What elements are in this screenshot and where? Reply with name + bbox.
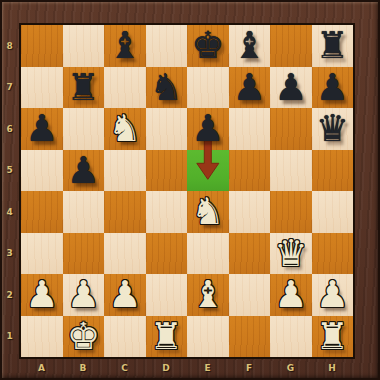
black-pawn-f7[interactable]: ♟ (233, 67, 266, 109)
square-a7[interactable] (21, 67, 63, 109)
square-e4[interactable]: ♞ (187, 191, 229, 233)
square-b4[interactable] (63, 191, 105, 233)
file-label-e: E (204, 363, 211, 373)
square-f8[interactable]: ♝ (229, 25, 271, 67)
rank-label-3: 3 (7, 248, 14, 258)
file-label-c: C (121, 363, 128, 373)
square-d7[interactable]: ♞ (146, 67, 188, 109)
square-g1[interactable] (270, 316, 312, 358)
black-knight-d7[interactable]: ♞ (150, 67, 183, 109)
square-d3[interactable] (146, 233, 188, 275)
square-e7[interactable] (187, 67, 229, 109)
rank-label-1: 1 (7, 331, 14, 341)
white-pawn-b2[interactable]: ♟ (67, 274, 100, 316)
black-queen-h6[interactable]: ♛ (316, 108, 349, 150)
square-g3[interactable]: ♛ (270, 233, 312, 275)
square-f3[interactable] (229, 233, 271, 275)
rank-label-8: 8 (7, 41, 14, 51)
black-king-e8[interactable]: ♚ (191, 25, 224, 67)
square-h6[interactable]: ♛ (312, 108, 354, 150)
square-d1[interactable]: ♜ (146, 316, 188, 358)
file-label-d: D (162, 363, 170, 373)
square-b6[interactable] (63, 108, 105, 150)
black-rook-b7[interactable]: ♜ (67, 67, 100, 109)
square-b3[interactable] (63, 233, 105, 275)
square-f2[interactable] (229, 274, 271, 316)
chess-board: ♝♚♝♜♜♞♟♟♟♟♞♟♛♟♞♛♟♟♟♝♟♟♚♜♜ (21, 25, 353, 357)
square-h1[interactable]: ♜ (312, 316, 354, 358)
square-c5[interactable] (104, 150, 146, 192)
square-a1[interactable] (21, 316, 63, 358)
white-rook-h1[interactable]: ♜ (316, 316, 349, 358)
square-g8[interactable] (270, 25, 312, 67)
square-g4[interactable] (270, 191, 312, 233)
square-h7[interactable]: ♟ (312, 67, 354, 109)
square-d4[interactable] (146, 191, 188, 233)
white-bishop-e2[interactable]: ♝ (191, 274, 224, 316)
white-knight-e4[interactable]: ♞ (191, 191, 224, 233)
square-d8[interactable] (146, 25, 188, 67)
square-e1[interactable] (187, 316, 229, 358)
rank-label-5: 5 (7, 165, 14, 175)
square-e2[interactable]: ♝ (187, 274, 229, 316)
square-c2[interactable]: ♟ (104, 274, 146, 316)
square-b1[interactable]: ♚ (63, 316, 105, 358)
square-h3[interactable] (312, 233, 354, 275)
file-label-f: F (246, 363, 253, 373)
square-f1[interactable] (229, 316, 271, 358)
square-e5[interactable] (187, 150, 229, 192)
square-a5[interactable] (21, 150, 63, 192)
square-e8[interactable]: ♚ (187, 25, 229, 67)
file-label-g: G (287, 363, 295, 373)
rank-label-6: 6 (7, 124, 14, 134)
square-c4[interactable] (104, 191, 146, 233)
square-d5[interactable] (146, 150, 188, 192)
square-a3[interactable] (21, 233, 63, 275)
chess-board-frame: ♝♚♝♜♜♞♟♟♟♟♞♟♛♟♞♛♟♟♟♝♟♟♚♜♜ ABCDEFGH123456… (0, 0, 380, 380)
square-c7[interactable] (104, 67, 146, 109)
square-b5[interactable]: ♟ (63, 150, 105, 192)
white-king-b1[interactable]: ♚ (67, 316, 100, 358)
rank-label-2: 2 (7, 290, 14, 300)
file-label-a: A (38, 363, 45, 373)
square-a8[interactable] (21, 25, 63, 67)
square-f6[interactable] (229, 108, 271, 150)
square-c3[interactable] (104, 233, 146, 275)
black-pawn-e6[interactable]: ♟ (191, 108, 224, 150)
square-b8[interactable] (63, 25, 105, 67)
white-rook-d1[interactable]: ♜ (150, 316, 183, 358)
square-c6[interactable]: ♞ (104, 108, 146, 150)
file-label-b: B (80, 363, 87, 373)
square-d2[interactable] (146, 274, 188, 316)
white-knight-c6[interactable]: ♞ (108, 108, 141, 150)
square-f4[interactable] (229, 191, 271, 233)
white-pawn-a2[interactable]: ♟ (25, 274, 58, 316)
square-b2[interactable]: ♟ (63, 274, 105, 316)
black-bishop-c8[interactable]: ♝ (108, 25, 141, 67)
black-pawn-g7[interactable]: ♟ (274, 67, 307, 109)
square-c8[interactable]: ♝ (104, 25, 146, 67)
black-pawn-a6[interactable]: ♟ (25, 108, 58, 150)
square-h8[interactable]: ♜ (312, 25, 354, 67)
rank-label-7: 7 (7, 82, 14, 92)
rank-label-4: 4 (7, 207, 14, 217)
square-g5[interactable] (270, 150, 312, 192)
square-f5[interactable] (229, 150, 271, 192)
square-f7[interactable]: ♟ (229, 67, 271, 109)
square-c1[interactable] (104, 316, 146, 358)
square-g7[interactable]: ♟ (270, 67, 312, 109)
black-rook-h8[interactable]: ♜ (316, 25, 349, 67)
square-h4[interactable] (312, 191, 354, 233)
white-pawn-c2[interactable]: ♟ (108, 274, 141, 316)
square-g6[interactable] (270, 108, 312, 150)
square-h5[interactable] (312, 150, 354, 192)
square-b7[interactable]: ♜ (63, 67, 105, 109)
black-pawn-b5[interactable]: ♟ (67, 150, 100, 192)
square-e6[interactable]: ♟ (187, 108, 229, 150)
square-h2[interactable]: ♟ (312, 274, 354, 316)
square-g2[interactable]: ♟ (270, 274, 312, 316)
black-pawn-h7[interactable]: ♟ (316, 67, 349, 109)
square-a2[interactable]: ♟ (21, 274, 63, 316)
file-label-h: H (328, 363, 336, 373)
black-bishop-f8[interactable]: ♝ (233, 25, 266, 67)
white-pawn-h2[interactable]: ♟ (316, 274, 349, 316)
square-a4[interactable] (21, 191, 63, 233)
square-d6[interactable] (146, 108, 188, 150)
square-a6[interactable]: ♟ (21, 108, 63, 150)
square-e3[interactable] (187, 233, 229, 275)
white-queen-g3[interactable]: ♛ (274, 233, 307, 275)
white-pawn-g2[interactable]: ♟ (274, 274, 307, 316)
